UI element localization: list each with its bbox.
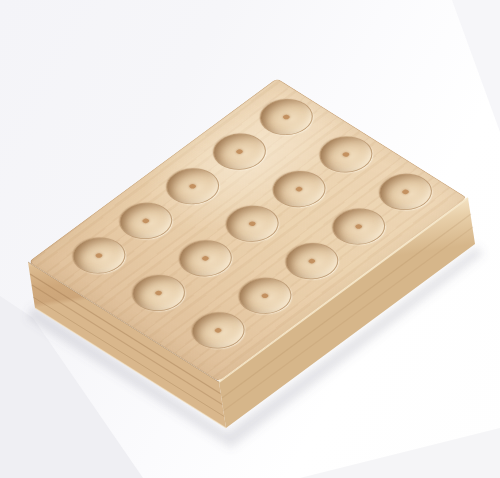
pit-center-mark (94, 252, 103, 258)
pit-center-mark (188, 183, 197, 189)
backdrop-edge-bottom-right (300, 428, 500, 478)
pit-center-mark (341, 151, 350, 157)
backdrop-edge-right (452, 0, 500, 132)
pit-center-mark (354, 223, 363, 229)
pit-center-mark (154, 290, 163, 296)
pit-center-mark (401, 189, 410, 195)
pit-center-mark (201, 255, 210, 261)
pit-center-mark (214, 327, 223, 333)
pit-center-mark (282, 114, 291, 120)
pit-center-mark (307, 258, 316, 264)
pit-center-mark (260, 293, 269, 299)
pit-center-mark (141, 218, 150, 224)
pit-center-mark (295, 186, 304, 192)
product-photo-scene (0, 0, 500, 478)
pit-center-mark (235, 149, 244, 155)
pit-center-mark (248, 221, 257, 227)
